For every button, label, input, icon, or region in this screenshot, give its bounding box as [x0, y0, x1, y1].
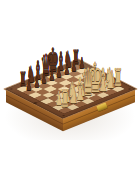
piece-black-pawn: ♟ [41, 71, 47, 86]
piece-white-rook: ♜ [60, 86, 69, 111]
piece-black-pawn: ♟ [56, 65, 62, 80]
product-photo-stage: ♜♞♝♛♚♝♞♜♟♟♟♟♟♟♟♟♟♟♟♟♟♟♟♟♜♞♝♛♚♝♞♜ chess [0, 0, 140, 187]
piece-black-pawn: ♟ [49, 68, 55, 83]
piece-black-pawn: ♟ [26, 77, 32, 92]
piece-black-pawn: ♟ [34, 74, 40, 89]
pieces-layer: ♜♞♝♛♚♝♞♜♟♟♟♟♟♟♟♟♟♟♟♟♟♟♟♟♜♞♝♛♚♝♞♜ [0, 0, 140, 187]
